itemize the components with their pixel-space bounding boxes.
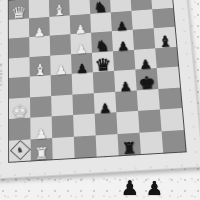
- square: [152, 7, 175, 28]
- square: ♛: [9, 0, 29, 19]
- square: ♟: [111, 10, 133, 31]
- square: [155, 46, 178, 68]
- square: [51, 74, 73, 96]
- square: [90, 12, 112, 33]
- square: [9, 57, 30, 78]
- square: [9, 77, 30, 99]
- square: ♞: [91, 31, 113, 52]
- square: ♟: [112, 30, 134, 51]
- square: [72, 93, 94, 115]
- board-border: CHESS ® ♛♝♞♟♟♟♟♞♟♝♝♟♟♛♟♟♚♚♟♟♞♜♜: [0, 0, 200, 179]
- square: [30, 96, 52, 118]
- square: ♚: [9, 97, 30, 119]
- square: [138, 109, 161, 132]
- square: [160, 108, 184, 131]
- square: [93, 71, 115, 93]
- square: [9, 18, 29, 39]
- board-logo-emblem: ♞: [11, 141, 29, 160]
- square: [52, 115, 74, 138]
- chess-piece-white-rook: ♜: [34, 146, 48, 162]
- square: ♚: [135, 68, 158, 90]
- square: ♝: [29, 55, 50, 76]
- square: [113, 49, 135, 71]
- square: [137, 89, 160, 111]
- square: [131, 9, 153, 30]
- chess-photo: CHESS ® ♛♝♞♟♟♟♟♞♟♝♝♟♟♛♟♟♚♚♟♟♞♜♜ ♟ ♟: [0, 0, 200, 200]
- square: [51, 94, 73, 116]
- captured-piece: ♟: [121, 178, 139, 198]
- square: [115, 90, 138, 112]
- square: ♞: [9, 139, 31, 162]
- square: ♜: [31, 138, 53, 161]
- square: ♛: [92, 51, 114, 72]
- square: [74, 135, 97, 158]
- square: ♝: [49, 0, 70, 16]
- knight-logo-icon: ♞: [16, 146, 23, 154]
- board-grid: ♛♝♞♟♟♟♟♞♟♝♝♟♟♛♟♟♚♚♟♟♞♜♜: [8, 0, 187, 163]
- square: ♟: [30, 116, 52, 139]
- square: [72, 72, 94, 94]
- square: [9, 118, 31, 141]
- logo-diamond: ♞: [9, 140, 30, 160]
- square: [139, 131, 163, 154]
- square: [96, 134, 119, 157]
- square: [157, 67, 180, 89]
- square: ♟: [70, 13, 91, 34]
- square: ♟: [71, 52, 93, 73]
- square: ♟: [134, 48, 157, 70]
- square: ♝: [154, 27, 177, 48]
- square: [29, 36, 50, 57]
- chess-piece-black-rook: ♜: [122, 141, 137, 157]
- square: [49, 15, 70, 36]
- chess-board: CHESS ® ♛♝♞♟♟♟♟♞♟♝♝♟♟♛♟♟♚♚♟♟♞♜♜: [0, 0, 200, 179]
- square: ♟: [29, 16, 50, 37]
- square: [50, 34, 71, 55]
- square: [162, 130, 186, 153]
- square: ♟: [94, 91, 117, 113]
- square: ♟: [114, 69, 137, 91]
- square: [158, 87, 182, 109]
- square: [30, 75, 51, 97]
- board-brand-text: CHESS ®: [0, 61, 3, 85]
- square: [9, 37, 30, 58]
- square: ♜: [117, 132, 140, 155]
- square: [133, 28, 155, 49]
- captured-piece: ♟: [146, 179, 163, 198]
- square: [73, 114, 96, 137]
- square: [52, 136, 74, 159]
- square: [116, 111, 139, 134]
- square: [95, 112, 118, 135]
- square: ♟: [50, 54, 71, 75]
- square: [29, 0, 50, 18]
- square: ♟: [70, 33, 92, 54]
